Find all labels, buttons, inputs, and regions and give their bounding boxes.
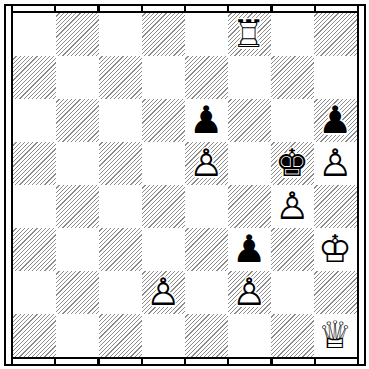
square-d8 bbox=[142, 13, 185, 56]
square-c6 bbox=[99, 99, 142, 142]
square-e2 bbox=[185, 271, 228, 314]
square-d1 bbox=[142, 314, 185, 357]
square-d4 bbox=[142, 185, 185, 228]
square-h3: ♚♔ bbox=[314, 228, 357, 271]
black-pawn: ♟ bbox=[228, 228, 271, 271]
white-king: ♚♔ bbox=[314, 228, 357, 271]
square-b8 bbox=[56, 13, 99, 56]
black-pawn-glyph: ♟ bbox=[189, 101, 223, 139]
white-queen-glyph: ♕ bbox=[318, 316, 352, 354]
square-f2: ♟♙ bbox=[228, 271, 271, 314]
square-c3 bbox=[99, 228, 142, 271]
square-f8: ♜♖ bbox=[228, 13, 271, 56]
square-d2: ♟♙ bbox=[142, 271, 185, 314]
board-inner-frame: ♜♖♟♟♟♙♚♟♙♟♙♟♚♔♟♙♟♙♛♕ bbox=[11, 11, 359, 359]
square-b2 bbox=[56, 271, 99, 314]
square-e6: ♟ bbox=[185, 99, 228, 142]
square-f3: ♟ bbox=[228, 228, 271, 271]
square-a6 bbox=[13, 99, 56, 142]
white-rook: ♜♖ bbox=[228, 13, 271, 56]
square-h5: ♟♙ bbox=[314, 142, 357, 185]
square-h8 bbox=[314, 13, 357, 56]
white-pawn-glyph: ♙ bbox=[275, 187, 309, 225]
black-pawn-glyph: ♟ bbox=[232, 230, 266, 268]
square-h6: ♟ bbox=[314, 99, 357, 142]
square-b4 bbox=[56, 185, 99, 228]
square-c5 bbox=[99, 142, 142, 185]
black-king-glyph: ♚ bbox=[275, 144, 309, 182]
square-d6 bbox=[142, 99, 185, 142]
square-f4 bbox=[228, 185, 271, 228]
square-e3 bbox=[185, 228, 228, 271]
white-pawn-glyph: ♙ bbox=[146, 273, 180, 311]
square-a7 bbox=[13, 56, 56, 99]
square-e1 bbox=[185, 314, 228, 357]
square-c7 bbox=[99, 56, 142, 99]
board-outer-frame: ♜♖♟♟♟♙♚♟♙♟♙♟♚♔♟♙♟♙♛♕ bbox=[4, 4, 366, 366]
black-king: ♚ bbox=[271, 142, 314, 185]
square-h2 bbox=[314, 271, 357, 314]
square-d7 bbox=[142, 56, 185, 99]
square-a4 bbox=[13, 185, 56, 228]
square-a3 bbox=[13, 228, 56, 271]
square-g4: ♟♙ bbox=[271, 185, 314, 228]
square-b6 bbox=[56, 99, 99, 142]
square-f6 bbox=[228, 99, 271, 142]
square-g6 bbox=[271, 99, 314, 142]
white-pawn: ♟♙ bbox=[271, 185, 314, 228]
square-f1 bbox=[228, 314, 271, 357]
black-pawn: ♟ bbox=[314, 99, 357, 142]
square-g3 bbox=[271, 228, 314, 271]
square-a1 bbox=[13, 314, 56, 357]
chess-diagram-page: ♜♖♟♟♟♙♚♟♙♟♙♟♚♔♟♙♟♙♛♕ bbox=[0, 0, 369, 369]
square-b3 bbox=[56, 228, 99, 271]
square-b5 bbox=[56, 142, 99, 185]
square-a8 bbox=[13, 13, 56, 56]
square-c8 bbox=[99, 13, 142, 56]
square-f5 bbox=[228, 142, 271, 185]
square-e5: ♟♙ bbox=[185, 142, 228, 185]
square-e7 bbox=[185, 56, 228, 99]
square-b1 bbox=[56, 314, 99, 357]
square-g1 bbox=[271, 314, 314, 357]
white-pawn-glyph: ♙ bbox=[232, 273, 266, 311]
white-pawn: ♟♙ bbox=[314, 142, 357, 185]
square-a5 bbox=[13, 142, 56, 185]
square-d3 bbox=[142, 228, 185, 271]
square-h4 bbox=[314, 185, 357, 228]
square-h7 bbox=[314, 56, 357, 99]
square-f7 bbox=[228, 56, 271, 99]
square-a2 bbox=[13, 271, 56, 314]
square-g8 bbox=[271, 13, 314, 56]
white-pawn-glyph: ♙ bbox=[318, 144, 352, 182]
white-rook-glyph: ♖ bbox=[232, 15, 266, 53]
square-b7 bbox=[56, 56, 99, 99]
white-pawn: ♟♙ bbox=[185, 142, 228, 185]
square-e8 bbox=[185, 13, 228, 56]
chess-board: ♜♖♟♟♟♙♚♟♙♟♙♟♚♔♟♙♟♙♛♕ bbox=[13, 13, 357, 357]
white-pawn-glyph: ♙ bbox=[189, 144, 223, 182]
square-g5: ♚ bbox=[271, 142, 314, 185]
square-c4 bbox=[99, 185, 142, 228]
square-c2 bbox=[99, 271, 142, 314]
black-pawn: ♟ bbox=[185, 99, 228, 142]
square-d5 bbox=[142, 142, 185, 185]
square-g7 bbox=[271, 56, 314, 99]
square-c1 bbox=[99, 314, 142, 357]
square-e4 bbox=[185, 185, 228, 228]
white-pawn: ♟♙ bbox=[142, 271, 185, 314]
white-king-glyph: ♔ bbox=[318, 230, 352, 268]
white-pawn: ♟♙ bbox=[228, 271, 271, 314]
black-pawn-glyph: ♟ bbox=[318, 101, 352, 139]
square-g2 bbox=[271, 271, 314, 314]
white-queen: ♛♕ bbox=[314, 314, 357, 357]
square-h1: ♛♕ bbox=[314, 314, 357, 357]
